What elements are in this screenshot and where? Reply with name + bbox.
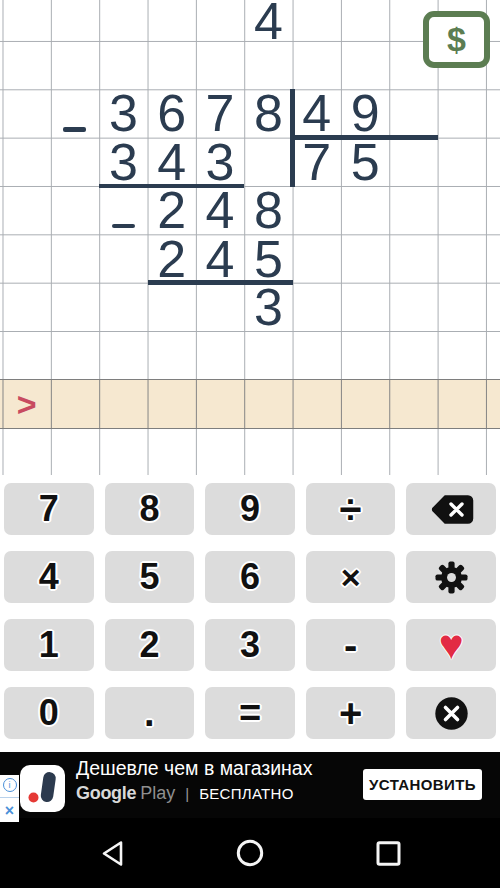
division-digit: 5 — [244, 234, 292, 282]
division-digit: 4 — [196, 186, 244, 234]
heart-icon: ♥ — [439, 624, 464, 666]
division-digit: 4 — [244, 0, 292, 45]
division-digit: 6 — [148, 89, 196, 137]
division-digit: 4 — [293, 89, 341, 137]
android-navbar — [0, 818, 500, 888]
key-7[interactable]: 7 — [4, 483, 94, 535]
key-0[interactable]: 0 — [4, 687, 94, 739]
ad-price-label: БЕСПЛАТНО — [199, 785, 294, 802]
division-digit: 4 — [196, 234, 244, 282]
ad-close-icon[interactable]: × — [5, 803, 14, 819]
division-underline — [99, 184, 244, 189]
key-5[interactable]: 5 — [105, 551, 195, 603]
google-play-logo-play: Play — [140, 783, 175, 804]
key-8[interactable]: 8 — [105, 483, 195, 535]
joom-logo-icon — [20, 765, 65, 812]
key-1[interactable]: 1 — [4, 619, 94, 671]
division-digit: 7 — [293, 138, 341, 186]
division-digit: 8 — [244, 186, 292, 234]
key-multiply[interactable]: × — [306, 551, 396, 603]
active-row-marker: > — [3, 380, 51, 427]
division-digit: 3 — [99, 89, 147, 137]
backspace-icon — [428, 493, 475, 526]
ad-info-icon[interactable]: i — [3, 778, 17, 792]
key-9[interactable]: 9 — [205, 483, 295, 535]
ad-title[interactable]: Дешевле чем в магазинах — [76, 757, 312, 780]
ad-app-icon[interactable] — [20, 765, 65, 812]
key-dot[interactable]: . — [105, 687, 195, 739]
ad-subtitle: Google Play | БЕСПЛАТНО — [76, 783, 294, 803]
install-button[interactable]: УСТАНОВИТЬ — [363, 769, 482, 800]
gear-icon — [435, 561, 468, 594]
division-underline — [148, 280, 293, 285]
google-play-logo: Google — [76, 783, 136, 804]
key-equals[interactable]: = — [205, 687, 295, 739]
minus-sign — [63, 127, 86, 132]
key-2[interactable]: 2 — [105, 619, 195, 671]
division-digit: 2 — [148, 234, 196, 282]
key-settings[interactable] — [406, 551, 496, 603]
ad-banner[interactable]: i × Дешевле чем в магазинах Google Play … — [0, 752, 500, 818]
key-plus[interactable]: + — [306, 687, 396, 739]
minus-sign — [112, 224, 135, 229]
key-3[interactable]: 3 — [205, 619, 295, 671]
division-digit: 4 — [148, 138, 196, 186]
key-close[interactable] — [406, 687, 496, 739]
division-digit: 8 — [244, 89, 292, 137]
division-digit: 3 — [196, 138, 244, 186]
division-digit: 3 — [99, 138, 147, 186]
key-6[interactable]: 6 — [205, 551, 295, 603]
back-icon[interactable] — [100, 840, 124, 867]
division-bar — [290, 89, 295, 187]
keypad: 789÷ 456× 123- ♥ 0.=+ — [0, 476, 500, 752]
key-4[interactable]: 4 — [4, 551, 94, 603]
division-digit: 5 — [341, 138, 389, 186]
worksheet-grid[interactable]: > $ 4367849343752482453 — [0, 0, 500, 475]
division-underline — [293, 135, 438, 140]
app-screen: > $ 4367849343752482453 789÷ 456× 123- ♥… — [0, 0, 500, 888]
division-digit: 2 — [148, 186, 196, 234]
key-minus[interactable]: - — [306, 619, 396, 671]
active-row-highlight[interactable]: > — [0, 379, 500, 428]
money-button[interactable]: $ — [423, 11, 490, 68]
key-backspace[interactable] — [406, 483, 496, 535]
division-digit: 9 — [341, 89, 389, 137]
key-favorite[interactable]: ♥ — [406, 619, 496, 671]
division-digit: 7 — [196, 89, 244, 137]
dollar-icon: $ — [447, 20, 466, 59]
key-divide[interactable]: ÷ — [306, 483, 396, 535]
recents-icon[interactable] — [376, 841, 401, 866]
division-digit: 3 — [244, 283, 292, 331]
adchoices-panel[interactable]: i × — [0, 775, 19, 822]
close-circle-icon — [434, 696, 469, 731]
adchoices-divider — [0, 797, 19, 798]
home-icon[interactable] — [236, 839, 264, 867]
ad-separator: | — [185, 785, 189, 802]
